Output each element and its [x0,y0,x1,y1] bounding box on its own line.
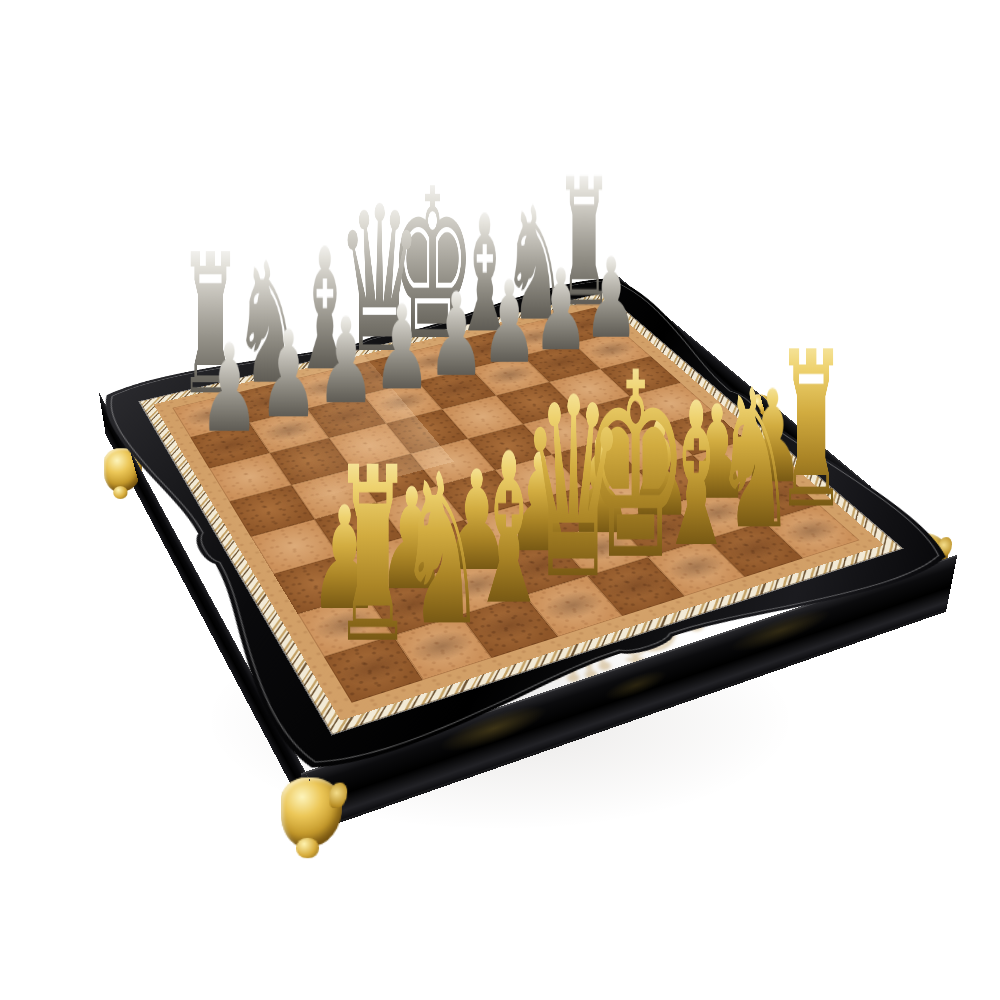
product-photo-scene: ♜♜♞♞♝♝♛♛♚♚♝♝♞♞♜♜♟♟♟♟♟♟♟♟♟♟♟♟♟♟♟♟♟♟♟♟♟♟♟♟… [0,0,1000,1000]
piece-white-rook: ♜♜ [278,384,467,668]
pawn-glyph: ♟ [200,333,260,445]
rook-glyph: ♜ [333,446,412,668]
square-a1: ♜♜ [324,636,423,703]
